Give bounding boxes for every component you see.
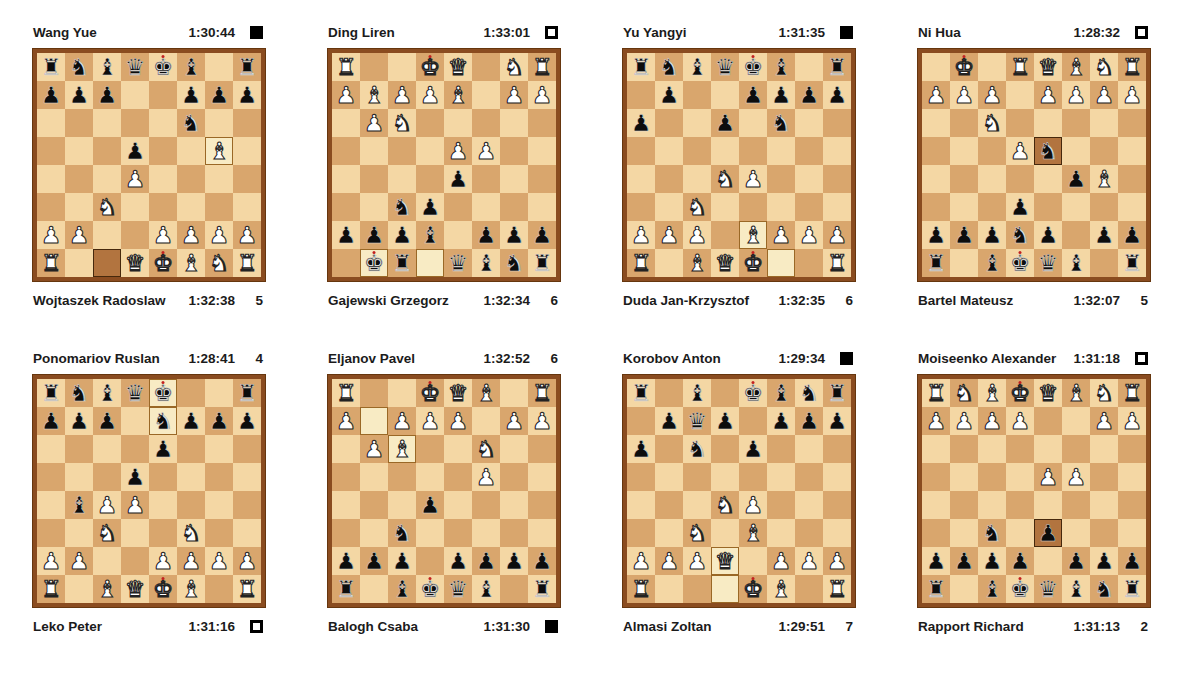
square-d7 [121,407,149,435]
bottom-player-status-slot [235,620,265,633]
top-player-clock: 1:32:52 [483,351,530,366]
white-pawn-piece: ♟ [153,547,174,575]
square-h2: ♟ [233,547,261,575]
move-number: 7 [845,619,853,634]
square-e7 [739,407,767,435]
square-b4 [65,165,93,193]
black-pawn-piece: ♟ [209,81,230,109]
square-b4 [1090,137,1118,165]
square-c1: ♝ [1062,379,1090,407]
square-e1: ♜ [1006,53,1034,81]
square-c5 [683,463,711,491]
black-rook-piece: ♜ [926,575,947,603]
square-h5 [233,463,261,491]
black-pawn-piece: ♟ [827,81,848,109]
square-e8: ♚ [739,379,767,407]
square-g8 [950,575,978,603]
square-h1: ♜ [332,379,360,407]
white-knight-piece: ♞ [97,193,118,221]
square-f3: ♞ [388,109,416,137]
square-c8: ♝ [93,53,121,81]
square-h8: ♜ [823,53,851,81]
white-bishop-piece: ♝ [392,435,413,463]
bottom-player-clock: 1:32:34 [483,293,530,308]
bottom-player-name: Almasi Zoltan [623,619,712,634]
white-king-piece: ♚ [743,575,764,603]
square-e2: ♟ [149,547,177,575]
square-f8: ♝ [978,249,1006,277]
square-a1: ♜ [528,53,556,81]
black-bishop-piece: ♝ [1066,249,1087,277]
black-king-piece: ♚ [1010,249,1031,277]
white-to-move-icon [545,26,558,39]
white-king-piece: ♚ [1010,379,1031,407]
top-player-row: Ding Liren 1:33:01 [328,24,560,40]
black-bishop-piece: ♝ [982,575,1003,603]
square-c7 [1062,221,1090,249]
square-f7: ♟ [388,221,416,249]
black-knight-piece: ♞ [153,407,174,435]
square-e2: ♟ [416,81,444,109]
black-queen-piece: ♛ [448,575,469,603]
white-pawn-piece: ♟ [982,81,1003,109]
square-c6 [93,435,121,463]
square-c2 [93,547,121,575]
white-pawn-piece: ♟ [982,407,1003,435]
square-e5: ♟ [416,491,444,519]
square-a7: ♟ [1118,221,1146,249]
black-pawn-piece: ♟ [181,81,202,109]
white-pawn-piece: ♟ [743,165,764,193]
square-d2: ♟ [444,407,472,435]
white-knight-piece: ♞ [1094,379,1115,407]
square-a4 [627,491,655,519]
square-f6: ♞ [978,519,1006,547]
square-f6 [978,193,1006,221]
white-pawn-piece: ♟ [209,547,230,575]
bottom-player-name: Balogh Csaba [328,619,418,634]
square-f2: ♟ [978,407,1006,435]
square-e1: ♚ [1006,379,1034,407]
square-h3 [233,193,261,221]
square-g4 [205,165,233,193]
black-pawn-piece: ♟ [1010,193,1031,221]
bottom-player-row: Balogh Csaba 1:31:30 [328,618,560,634]
black-pawn-piece: ♟ [448,547,469,575]
square-e8: ♚ [149,53,177,81]
square-f1: ♝ [177,249,205,277]
white-rook-piece: ♜ [336,379,357,407]
square-b1: ♞ [500,53,528,81]
square-d1: ♛ [444,379,472,407]
square-a2: ♟ [37,221,65,249]
square-a4 [528,137,556,165]
black-king-piece: ♚ [364,249,385,277]
white-bishop-piece: ♝ [743,519,764,547]
black-pawn-piece: ♟ [982,221,1003,249]
square-d8: ♛ [121,379,149,407]
square-c1: ♝ [93,575,121,603]
square-h1: ♜ [332,53,360,81]
square-c4 [683,165,711,193]
bottom-player-name: Duda Jan-Krzysztof [623,293,749,308]
white-bishop-piece: ♝ [1066,379,1087,407]
square-e5 [739,137,767,165]
top-player-row: Ni Hua 1:28:32 [918,24,1150,40]
square-g2: ♟ [950,81,978,109]
square-g3: ♟ [360,435,388,463]
square-f8 [177,379,205,407]
square-h1: ♜ [233,249,261,277]
square-b5 [655,137,683,165]
square-d2: ♟ [1034,81,1062,109]
square-a8: ♜ [627,53,655,81]
square-a3 [1118,435,1146,463]
square-h4 [823,165,851,193]
square-g3 [950,435,978,463]
square-d7 [711,81,739,109]
chess-board[interactable]: ♜♞♝♛♚♝♜♟♟♟♟♟♟♞♟♝♟♞♟♟♟♟♟♟♜♛♚♝♞♜ [33,49,265,281]
white-rook-piece: ♜ [1122,379,1143,407]
black-pawn-piece: ♟ [69,81,90,109]
square-g7: ♟ [795,407,823,435]
white-bishop-piece: ♝ [209,137,230,165]
square-f3 [767,193,795,221]
black-pawn-piece: ♟ [799,81,820,109]
square-e8: ♚ [1006,249,1034,277]
square-a5 [528,165,556,193]
square-c1 [683,575,711,603]
move-number: 5 [1140,293,1148,308]
black-pawn-piece: ♟ [476,221,497,249]
square-h4 [922,137,950,165]
square-c7: ♟ [1062,547,1090,575]
square-h6 [823,435,851,463]
white-bishop-piece: ♝ [476,379,497,407]
square-b4: ♝ [65,491,93,519]
square-a7 [627,407,655,435]
bottom-player-status-slot: 7 [825,619,855,634]
square-d5 [444,491,472,519]
square-a5 [1118,491,1146,519]
bottom-player-row: Gajewski Grzegorz 1:32:34 6 [328,292,560,308]
square-a2: ♟ [1118,407,1146,435]
square-f6: ♞ [177,109,205,137]
square-b8: ♞ [65,379,93,407]
square-b5 [1090,491,1118,519]
square-a1: ♜ [1118,379,1146,407]
square-d1: ♛ [121,249,149,277]
square-g2: ♝ [360,81,388,109]
square-f5 [388,165,416,193]
white-knight-piece: ♞ [392,109,413,137]
white-queen-piece: ♛ [125,249,146,277]
square-b6 [655,109,683,137]
square-b1 [65,575,93,603]
square-h5 [233,137,261,165]
black-queen-piece: ♛ [1038,575,1059,603]
square-g4 [950,137,978,165]
square-a7: ♟ [1118,547,1146,575]
square-d2: ♛ [711,547,739,575]
bottom-player-clock: 1:32:35 [778,293,825,308]
square-d8: ♛ [1034,575,1062,603]
square-e2 [739,547,767,575]
top-player-name: Ponomariov Ruslan [33,351,160,366]
square-c8: ♝ [1062,249,1090,277]
square-h2: ♟ [332,81,360,109]
square-a2: ♟ [1118,81,1146,109]
top-player-status-slot: 6 [530,351,560,366]
square-e7 [416,547,444,575]
square-h7: ♟ [332,547,360,575]
square-c7: ♛ [683,407,711,435]
top-player-row: Ponomariov Ruslan 1:28:41 4 [33,350,265,366]
square-e5 [149,463,177,491]
square-c7: ♟ [93,81,121,109]
square-d6 [1034,193,1062,221]
square-g1: ♞ [205,249,233,277]
square-a6: ♟ [627,435,655,463]
square-h4 [233,491,261,519]
white-pawn-piece: ♟ [954,81,975,109]
square-d8: ♛ [1034,249,1062,277]
square-a6: ♟ [627,109,655,137]
white-pawn-piece: ♟ [41,547,62,575]
square-g7: ♟ [950,547,978,575]
square-b3 [655,193,683,221]
square-g8: ♞ [795,379,823,407]
square-d7: ♟ [711,407,739,435]
game-panel: Ponomariov Ruslan 1:28:41 4 ♜♞♝♛♚♜♟♟♟♞♟♟… [33,350,265,634]
white-pawn-piece: ♟ [476,463,497,491]
white-bishop-piece: ♝ [743,221,764,249]
square-d6 [711,435,739,463]
white-pawn-piece: ♟ [1038,463,1059,491]
chess-board[interactable]: ♚♜♛♝♞♜♟♟♟♟♟♟♟♞♟♞♟♝♟♟♟♟♞♟♟♟♜♝♚♛♝♜ [918,49,1150,281]
square-f7: ♟ [767,407,795,435]
square-d1: ♛ [121,575,149,603]
white-pawn-piece: ♟ [209,221,230,249]
square-a8: ♜ [528,575,556,603]
square-f5 [177,137,205,165]
square-h8 [332,249,360,277]
square-e3 [1006,109,1034,137]
white-pawn-piece: ♟ [1094,407,1115,435]
square-d8: ♛ [444,575,472,603]
chess-board[interactable]: ♜♚♛♝♜♟♟♟♟♟♟♟♝♞♟♟♞♟♟♟♟♟♟♟♜♝♚♛♝♜ [328,375,560,607]
square-b8: ♞ [655,53,683,81]
square-b8: ♞ [500,249,528,277]
square-h3 [823,519,851,547]
square-c1: ♝ [472,379,500,407]
square-h6 [922,519,950,547]
square-h7: ♟ [332,221,360,249]
black-to-move-icon [250,26,263,39]
square-d4: ♟ [121,491,149,519]
white-pawn-piece: ♟ [504,407,525,435]
square-a8: ♜ [528,249,556,277]
square-c3 [1062,109,1090,137]
top-player-row: Eljanov Pavel 1:32:52 6 [328,350,560,366]
square-a4 [37,165,65,193]
square-h5 [332,491,360,519]
white-king-piece: ♚ [743,249,764,277]
white-pawn-piece: ♟ [448,407,469,435]
square-a6 [528,519,556,547]
black-pawn-piece: ♟ [448,165,469,193]
white-king-piece: ♚ [954,53,975,81]
square-g3 [205,519,233,547]
square-g2: ♟ [795,547,823,575]
square-e1: ♚ [149,575,177,603]
white-king-piece: ♚ [420,379,441,407]
square-d4: ♟ [121,165,149,193]
game-panel: Moiseenko Alexander 1:31:18 ♜♞♝♚♛♝♞♜♟♟♟♟… [918,350,1150,634]
square-g1 [360,53,388,81]
white-knight-piece: ♞ [97,519,118,547]
chess-board[interactable]: ♜♚♛♞♜♟♝♟♟♝♟♟♟♞♟♟♟♞♟♟♟♟♝♟♟♟♚♜♛♝♞♜ [328,49,560,281]
square-b7: ♟ [65,407,93,435]
square-a3 [37,193,65,221]
square-b2: ♟ [500,407,528,435]
square-g3 [795,519,823,547]
square-f3 [177,193,205,221]
black-pawn-piece: ♟ [532,221,553,249]
bottom-player-status-slot: 5 [235,293,265,308]
square-d6 [444,193,472,221]
square-e2: ♟ [149,221,177,249]
square-e7: ♟ [1006,547,1034,575]
black-king-piece: ♚ [743,379,764,407]
square-f6: ♞ [388,193,416,221]
square-a3 [528,109,556,137]
square-c3: ♞ [93,193,121,221]
square-c4: ♟ [93,491,121,519]
square-e5 [416,165,444,193]
black-rook-piece: ♜ [827,379,848,407]
square-d5: ♟ [121,137,149,165]
black-pawn-piece: ♟ [392,547,413,575]
chess-board[interactable]: ♜♞♝♛♚♝♜♟♟♟♟♟♟♟♞♞♟♞♟♟♟♝♟♟♟♜♝♛♚♜ [623,49,855,281]
square-g3: ♟ [360,109,388,137]
black-pawn-piece: ♟ [364,547,385,575]
square-c3: ♞ [93,519,121,547]
square-e8: ♚ [739,53,767,81]
square-a7 [627,81,655,109]
black-bishop-piece: ♝ [1066,575,1087,603]
square-e4: ♟ [739,491,767,519]
white-pawn-piece: ♟ [687,547,708,575]
move-number: 6 [550,293,558,308]
square-f2: ♟ [978,81,1006,109]
white-pawn-piece: ♟ [743,491,764,519]
square-g4 [205,491,233,519]
square-e1: ♚ [149,249,177,277]
square-h5 [823,137,851,165]
square-c1: ♝ [683,249,711,277]
square-h3 [823,193,851,221]
square-d8 [711,379,739,407]
square-g2: ♟ [205,221,233,249]
top-player-status-slot [825,352,855,365]
top-player-row: Korobov Anton 1:29:34 [623,350,855,366]
bottom-player-name: Wojtaszek Radoslaw [33,293,166,308]
bottom-player-name: Gajewski Grzegorz [328,293,449,308]
white-pawn-piece: ♟ [504,81,525,109]
black-knight-piece: ♞ [69,53,90,81]
square-d5 [1034,165,1062,193]
square-g3 [795,193,823,221]
square-a6 [528,193,556,221]
square-a1: ♜ [627,575,655,603]
white-king-piece: ♚ [153,249,174,277]
square-h4 [823,491,851,519]
white-knight-piece: ♞ [687,193,708,221]
black-rook-piece: ♜ [827,53,848,81]
square-a6 [37,109,65,137]
square-b2: ♟ [1090,81,1118,109]
square-g1 [795,249,823,277]
chess-board[interactable]: ♜♞♝♛♚♜♟♟♟♞♟♟♟♟♟♝♟♟♞♞♟♟♟♟♟♟♜♝♛♚♝♜ [33,375,265,607]
square-f8: ♝ [767,53,795,81]
square-d5 [711,463,739,491]
top-player-status-slot [1120,352,1150,365]
square-g8 [205,379,233,407]
chess-board[interactable]: ♜♝♚♝♞♜♟♛♟♟♟♟♟♞♟♞♟♞♝♟♟♟♛♟♟♟♜♚♝♜ [623,375,855,607]
square-c6 [1062,519,1090,547]
black-queen-piece: ♛ [687,407,708,435]
black-pawn-piece: ♟ [420,193,441,221]
black-pawn-piece: ♟ [771,81,792,109]
square-g1 [205,575,233,603]
square-c3: ♞ [683,193,711,221]
bottom-player-name: Bartel Mateusz [918,293,1013,308]
black-pawn-piece: ♟ [97,81,118,109]
square-f5 [767,463,795,491]
top-player-status-slot [1120,26,1150,39]
square-f8: ♜ [388,249,416,277]
white-pawn-piece: ♟ [364,435,385,463]
square-g1 [360,379,388,407]
square-a7: ♟ [37,407,65,435]
square-b4 [500,137,528,165]
black-king-piece: ♚ [420,575,441,603]
square-b3 [500,109,528,137]
black-pawn-piece: ♟ [1122,221,1143,249]
white-bishop-piece: ♝ [771,575,792,603]
white-rook-piece: ♜ [1122,53,1143,81]
black-knight-piece: ♞ [1038,137,1059,165]
square-e3 [1006,435,1034,463]
square-d1: ♛ [1034,53,1062,81]
chess-board[interactable]: ♜♞♝♚♛♝♞♜♟♟♟♟♟♟♟♟♞♟♟♟♟♟♟♟♟♜♝♚♛♝♞♜ [918,375,1150,607]
square-d6: ♟ [1034,519,1062,547]
square-d4: ♟ [1034,463,1062,491]
square-e1: ♚ [416,379,444,407]
square-c8: ♝ [683,53,711,81]
white-bishop-piece: ♝ [687,249,708,277]
black-rook-piece: ♜ [1122,249,1143,277]
square-c6: ♞ [683,435,711,463]
square-b1: ♞ [1090,379,1118,407]
square-e7: ♞ [1006,221,1034,249]
square-e6: ♟ [739,435,767,463]
white-pawn-piece: ♟ [799,547,820,575]
white-knight-piece: ♞ [715,165,736,193]
bottom-player-status-slot: 6 [825,293,855,308]
bottom-player-name: Rapport Richard [918,619,1024,634]
